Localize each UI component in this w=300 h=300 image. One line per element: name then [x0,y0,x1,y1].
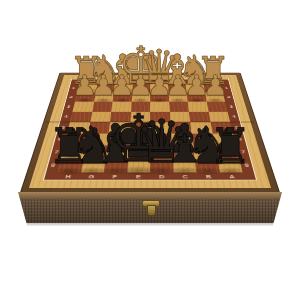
piece-glyph: ♜ [209,122,253,171]
square-b3[interactable] [188,102,209,112]
coordinate-label: G [79,174,103,179]
coordinate-label: B [196,174,220,179]
coordinate-label: H [56,174,80,179]
coordinate-label: A [220,174,244,179]
brass-clasp-tongue-icon [147,205,156,216]
piece-glyph: ♟ [203,72,228,100]
coordinate-label: 3 [228,102,234,112]
box-bevel [18,192,282,199]
coordinate-label: 3 [66,102,72,112]
box-front-edge [18,192,282,226]
photo-stage: HGFEDCBA HGFEDCBA 12345678 12345678 ♜♞♝♚… [0,0,300,300]
square-h3[interactable] [73,102,94,112]
square-a3[interactable] [206,102,227,112]
